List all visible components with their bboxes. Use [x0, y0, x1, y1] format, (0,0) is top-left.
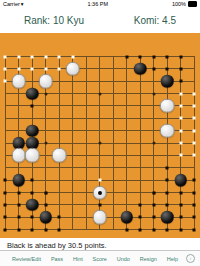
- black-territory-dot: [193, 228, 196, 231]
- black-territory-dot: [31, 191, 34, 194]
- white-territory-dot: [4, 80, 7, 83]
- white-territory-dot: [179, 117, 182, 120]
- signal-icon: ▾: [21, 1, 24, 7]
- black-territory-dot: [31, 228, 34, 231]
- white-territory-dot: [4, 55, 7, 58]
- black-territory-dot: [4, 203, 7, 206]
- white-territory-dot: [193, 104, 196, 107]
- black-territory-dot: [139, 216, 142, 219]
- star-point: [44, 92, 47, 95]
- score-message: Black is ahead by 30.5 points.: [7, 241, 107, 250]
- black-stone: [161, 75, 174, 88]
- black-territory-dot: [31, 104, 34, 107]
- bottom-toolbar: Review/EditPassHintScoreUndoResignHelp i: [0, 250, 200, 266]
- white-stone: [11, 74, 26, 89]
- black-territory-dot: [31, 216, 34, 219]
- black-territory-dot: [179, 203, 182, 206]
- black-stone: [26, 124, 39, 137]
- clock-label: 1:36 PM: [88, 1, 108, 7]
- black-territory-dot: [193, 179, 196, 182]
- white-territory-dot: [31, 67, 34, 70]
- status-bar: Carrier ▾ 1:36 PM 100%: [0, 0, 200, 8]
- toolbar-button-review-edit[interactable]: Review/Edit: [12, 256, 41, 262]
- black-territory-dot: [44, 203, 47, 206]
- black-territory-dot: [152, 203, 155, 206]
- black-territory-dot: [179, 55, 182, 58]
- black-territory-dot: [152, 67, 155, 70]
- white-stone: [160, 123, 175, 138]
- white-territory-dot: [58, 55, 61, 58]
- rank-label: Rank: 10 Kyu: [24, 15, 84, 26]
- star-point: [44, 142, 47, 145]
- white-territory-dot: [179, 104, 182, 107]
- black-territory-dot: [179, 80, 182, 83]
- black-stone: [120, 211, 133, 224]
- battery-icon: [188, 1, 197, 7]
- black-territory-dot: [139, 55, 142, 58]
- toolbar-button-hint[interactable]: Hint: [73, 256, 83, 262]
- battery-percent: 100%: [172, 1, 186, 7]
- black-territory-dot: [98, 203, 101, 206]
- black-territory-dot: [179, 228, 182, 231]
- black-territory-dot: [166, 203, 169, 206]
- toolbar-button-help[interactable]: Help: [167, 256, 178, 262]
- black-territory-dot: [179, 216, 182, 219]
- white-territory-dot: [179, 142, 182, 145]
- last-move-marker: [98, 191, 102, 195]
- black-territory-dot: [44, 228, 47, 231]
- black-territory-dot: [179, 67, 182, 70]
- black-territory-dot: [193, 191, 196, 194]
- white-territory-dot: [179, 92, 182, 95]
- game-info-header: Rank: 10 Kyu Komi: 4.5: [0, 8, 200, 33]
- white-stone: [25, 148, 40, 163]
- white-stone: [92, 210, 107, 225]
- white-stone: [160, 99, 175, 114]
- white-territory-dot: [17, 67, 20, 70]
- black-territory-dot: [125, 55, 128, 58]
- black-territory-dot: [166, 228, 169, 231]
- black-territory-dot: [125, 228, 128, 231]
- white-territory-dot: [71, 55, 74, 58]
- black-territory-dot: [17, 228, 20, 231]
- black-territory-dot: [4, 179, 7, 182]
- black-territory-dot: [152, 216, 155, 219]
- black-territory-dot: [17, 203, 20, 206]
- white-stone: [52, 148, 67, 163]
- komi-label: Komi: 4.5: [134, 15, 176, 26]
- black-territory-dot: [4, 228, 7, 231]
- white-stone: [65, 62, 80, 77]
- white-territory-dot: [193, 142, 196, 145]
- black-territory-dot: [4, 216, 7, 219]
- black-stone: [12, 174, 25, 187]
- black-territory-dot: [166, 166, 169, 169]
- black-territory-dot: [166, 67, 169, 70]
- black-territory-dot: [193, 216, 196, 219]
- info-icon[interactable]: i: [186, 254, 195, 263]
- white-territory-dot: [193, 117, 196, 120]
- black-territory-dot: [17, 191, 20, 194]
- white-territory-dot: [179, 154, 182, 157]
- toolbar-button-pass[interactable]: Pass: [51, 256, 63, 262]
- white-territory-dot: [193, 129, 196, 132]
- black-territory-dot: [4, 191, 7, 194]
- white-territory-dot: [179, 129, 182, 132]
- black-territory-dot: [17, 216, 20, 219]
- black-territory-dot: [139, 203, 142, 206]
- black-stone: [39, 211, 52, 224]
- black-territory-dot: [139, 228, 142, 231]
- carrier-label: Carrier: [3, 1, 20, 7]
- black-territory-dot: [152, 191, 155, 194]
- go-board[interactable]: [0, 33, 200, 238]
- white-territory-dot: [98, 179, 101, 182]
- toolbar-button-resign[interactable]: Resign: [140, 256, 157, 262]
- black-stone: [26, 199, 39, 212]
- grid-line: [5, 118, 195, 119]
- black-stone: [161, 211, 174, 224]
- black-territory-dot: [58, 216, 61, 219]
- white-territory-dot: [193, 154, 196, 157]
- white-territory-dot: [17, 55, 20, 58]
- black-territory-dot: [166, 179, 169, 182]
- white-territory-dot: [44, 55, 47, 58]
- star-point: [98, 92, 101, 95]
- black-stone: [134, 63, 147, 76]
- white-territory-dot: [58, 67, 61, 70]
- black-territory-dot: [166, 191, 169, 194]
- black-territory-dot: [58, 228, 61, 231]
- toolbar-button-undo[interactable]: Undo: [117, 256, 130, 262]
- star-point: [98, 142, 101, 145]
- white-territory-dot: [4, 67, 7, 70]
- black-territory-dot: [44, 191, 47, 194]
- white-territory-dot: [31, 55, 34, 58]
- black-territory-dot: [193, 203, 196, 206]
- toolbar-button-score[interactable]: Score: [93, 256, 107, 262]
- white-territory-dot: [44, 67, 47, 70]
- black-territory-dot: [152, 228, 155, 231]
- black-territory-dot: [166, 55, 169, 58]
- star-point: [152, 142, 155, 145]
- black-territory-dot: [31, 179, 34, 182]
- star-point: [152, 92, 155, 95]
- white-stone: [11, 148, 26, 163]
- black-territory-dot: [179, 191, 182, 194]
- white-territory-dot: [193, 92, 196, 95]
- black-stone: [174, 174, 187, 187]
- white-stone: [38, 74, 53, 89]
- black-territory-dot: [152, 55, 155, 58]
- black-stone: [26, 87, 39, 100]
